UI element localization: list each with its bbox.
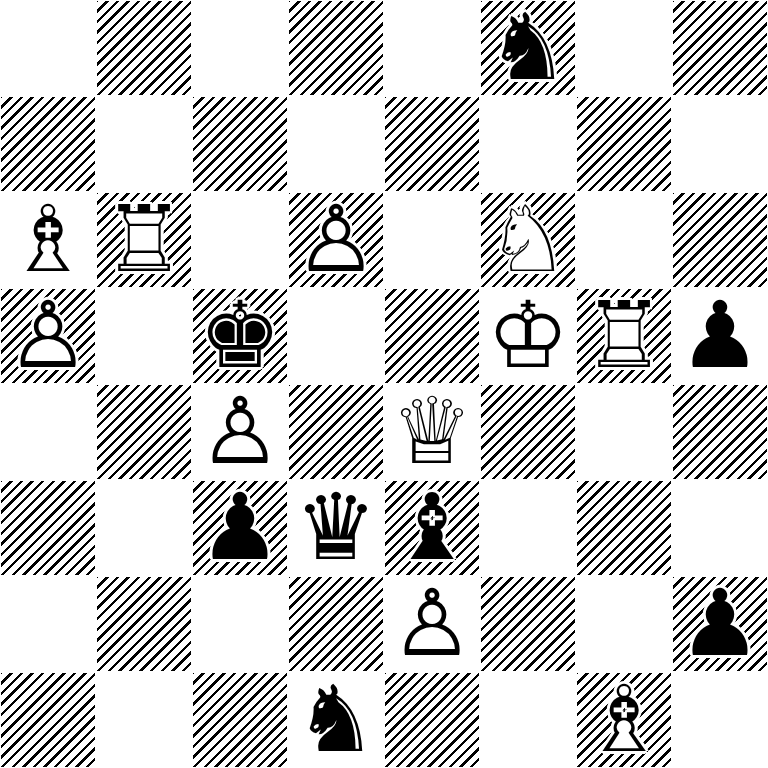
square-b5[interactable] [96, 288, 192, 384]
square-d4[interactable] [288, 384, 384, 480]
square-e3[interactable]: ♝♝ [384, 480, 480, 576]
square-e1[interactable] [384, 672, 480, 768]
square-d5[interactable] [288, 288, 384, 384]
square-g4[interactable] [576, 384, 672, 480]
black-pawn-h2: ♟ [672, 576, 768, 672]
chess-diagram: ♞♞♝♗♜♖♟♙♞♘♟♙♚♚♚♔♜♖♟♟♟♙♛♕♟♟♛♛♝♝♟♙♟♟♞♞♝♗ [0, 0, 768, 768]
square-a3[interactable] [0, 480, 96, 576]
square-a4[interactable] [0, 384, 96, 480]
square-g1[interactable]: ♝♗ [576, 672, 672, 768]
square-d1[interactable]: ♞♞ [288, 672, 384, 768]
square-h2[interactable]: ♟♟ [672, 576, 768, 672]
square-h3[interactable] [672, 480, 768, 576]
black-bishop-e3: ♝ [384, 480, 480, 576]
white-pawn-e2: ♙ [384, 576, 480, 672]
black-pawn-c3: ♟ [192, 480, 288, 576]
white-pawn-a5: ♙ [0, 288, 96, 384]
square-e7[interactable] [384, 96, 480, 192]
square-g3[interactable] [576, 480, 672, 576]
square-c6[interactable] [192, 192, 288, 288]
white-knight-f6: ♘ [480, 192, 576, 288]
square-h6[interactable] [672, 192, 768, 288]
square-e6[interactable] [384, 192, 480, 288]
square-f2[interactable] [480, 576, 576, 672]
square-a8[interactable] [0, 0, 96, 96]
square-d2[interactable] [288, 576, 384, 672]
square-a6[interactable]: ♝♗ [0, 192, 96, 288]
black-king-c5: ♚ [192, 288, 288, 384]
square-e5[interactable] [384, 288, 480, 384]
white-queen-e4: ♕ [384, 384, 480, 480]
square-f3[interactable] [480, 480, 576, 576]
square-f5[interactable]: ♚♔ [480, 288, 576, 384]
white-rook-b6: ♖ [96, 192, 192, 288]
chess-board: ♞♞♝♗♜♖♟♙♞♘♟♙♚♚♚♔♜♖♟♟♟♙♛♕♟♟♛♛♝♝♟♙♟♟♞♞♝♗ [0, 0, 768, 768]
square-d8[interactable] [288, 0, 384, 96]
white-bishop-g1: ♗ [576, 672, 672, 768]
black-pawn-h5: ♟ [672, 288, 768, 384]
square-e4[interactable]: ♛♕ [384, 384, 480, 480]
square-d3[interactable]: ♛♛ [288, 480, 384, 576]
square-g6[interactable] [576, 192, 672, 288]
square-e8[interactable] [384, 0, 480, 96]
square-b8[interactable] [96, 0, 192, 96]
white-bishop-a6: ♗ [0, 192, 96, 288]
square-a5[interactable]: ♟♙ [0, 288, 96, 384]
square-c1[interactable] [192, 672, 288, 768]
square-b4[interactable] [96, 384, 192, 480]
square-c5[interactable]: ♚♚ [192, 288, 288, 384]
square-c3[interactable]: ♟♟ [192, 480, 288, 576]
square-f7[interactable] [480, 96, 576, 192]
square-h8[interactable] [672, 0, 768, 96]
square-g7[interactable] [576, 96, 672, 192]
black-queen-d3: ♛ [288, 480, 384, 576]
square-b6[interactable]: ♜♖ [96, 192, 192, 288]
black-knight-d1: ♞ [288, 672, 384, 768]
square-c2[interactable] [192, 576, 288, 672]
square-d7[interactable] [288, 96, 384, 192]
square-b3[interactable] [96, 480, 192, 576]
square-c7[interactable] [192, 96, 288, 192]
square-h7[interactable] [672, 96, 768, 192]
square-a2[interactable] [0, 576, 96, 672]
black-knight-f8: ♞ [480, 0, 576, 96]
square-f8[interactable]: ♞♞ [480, 0, 576, 96]
square-g2[interactable] [576, 576, 672, 672]
square-f4[interactable] [480, 384, 576, 480]
square-c8[interactable] [192, 0, 288, 96]
square-f6[interactable]: ♞♘ [480, 192, 576, 288]
square-h5[interactable]: ♟♟ [672, 288, 768, 384]
white-pawn-d6: ♙ [288, 192, 384, 288]
square-a7[interactable] [0, 96, 96, 192]
square-h1[interactable] [672, 672, 768, 768]
square-g5[interactable]: ♜♖ [576, 288, 672, 384]
white-pawn-c4: ♙ [192, 384, 288, 480]
square-e2[interactable]: ♟♙ [384, 576, 480, 672]
square-a1[interactable] [0, 672, 96, 768]
square-b2[interactable] [96, 576, 192, 672]
square-f1[interactable] [480, 672, 576, 768]
white-rook-g5: ♖ [576, 288, 672, 384]
square-h4[interactable] [672, 384, 768, 480]
square-c4[interactable]: ♟♙ [192, 384, 288, 480]
white-king-f5: ♔ [480, 288, 576, 384]
square-b7[interactable] [96, 96, 192, 192]
square-b1[interactable] [96, 672, 192, 768]
square-g8[interactable] [576, 0, 672, 96]
square-d6[interactable]: ♟♙ [288, 192, 384, 288]
